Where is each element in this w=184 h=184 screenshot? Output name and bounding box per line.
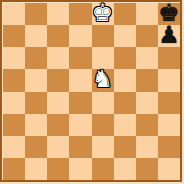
square-b8[interactable] — [25, 3, 47, 25]
square-h7[interactable]: ♟ — [158, 25, 180, 47]
square-h6[interactable] — [158, 47, 180, 69]
square-b2[interactable] — [25, 136, 47, 158]
square-a1[interactable] — [3, 158, 25, 180]
square-g6[interactable] — [136, 47, 158, 69]
square-f5[interactable] — [114, 69, 136, 91]
square-d7[interactable] — [69, 25, 91, 47]
square-c8[interactable] — [47, 3, 69, 25]
square-f7[interactable] — [114, 25, 136, 47]
square-d5[interactable] — [69, 69, 91, 91]
square-g5[interactable] — [136, 69, 158, 91]
square-c3[interactable] — [47, 114, 69, 136]
white-knight-piece[interactable]: ♞ — [92, 68, 114, 90]
square-e1[interactable] — [92, 158, 114, 180]
square-d6[interactable] — [69, 47, 91, 69]
square-h1[interactable] — [158, 158, 180, 180]
square-a2[interactable] — [3, 136, 25, 158]
square-b3[interactable] — [25, 114, 47, 136]
square-h4[interactable] — [158, 92, 180, 114]
square-b1[interactable] — [25, 158, 47, 180]
board-inner-edge: ♚♚♟♞ — [2, 2, 180, 180]
square-c7[interactable] — [47, 25, 69, 47]
square-d4[interactable] — [69, 92, 91, 114]
square-g4[interactable] — [136, 92, 158, 114]
square-g1[interactable] — [136, 158, 158, 180]
chess-board: ♚♚♟♞ — [3, 3, 180, 180]
square-a3[interactable] — [3, 114, 25, 136]
square-e4[interactable] — [92, 92, 114, 114]
square-f8[interactable] — [114, 3, 136, 25]
square-e8[interactable]: ♚ — [92, 3, 114, 25]
square-a7[interactable] — [3, 25, 25, 47]
square-c4[interactable] — [47, 92, 69, 114]
square-h2[interactable] — [158, 136, 180, 158]
white-king-piece[interactable]: ♚ — [92, 2, 114, 24]
square-e2[interactable] — [92, 136, 114, 158]
square-e7[interactable] — [92, 25, 114, 47]
chess-board-frame: ♚♚♟♞ — [0, 0, 184, 184]
square-d1[interactable] — [69, 158, 91, 180]
square-c2[interactable] — [47, 136, 69, 158]
square-g8[interactable] — [136, 3, 158, 25]
square-h5[interactable] — [158, 69, 180, 91]
square-a6[interactable] — [3, 47, 25, 69]
square-b5[interactable] — [25, 69, 47, 91]
square-g7[interactable] — [136, 25, 158, 47]
square-f2[interactable] — [114, 136, 136, 158]
square-c6[interactable] — [47, 47, 69, 69]
square-b4[interactable] — [25, 92, 47, 114]
square-f3[interactable] — [114, 114, 136, 136]
square-c5[interactable] — [47, 69, 69, 91]
square-c1[interactable] — [47, 158, 69, 180]
square-a8[interactable] — [3, 3, 25, 25]
square-e5[interactable]: ♞ — [92, 69, 114, 91]
square-b6[interactable] — [25, 47, 47, 69]
square-e3[interactable] — [92, 114, 114, 136]
square-d3[interactable] — [69, 114, 91, 136]
square-d2[interactable] — [69, 136, 91, 158]
square-f4[interactable] — [114, 92, 136, 114]
square-d8[interactable] — [69, 3, 91, 25]
square-f6[interactable] — [114, 47, 136, 69]
square-f1[interactable] — [114, 158, 136, 180]
square-g2[interactable] — [136, 136, 158, 158]
square-b7[interactable] — [25, 25, 47, 47]
black-pawn-piece[interactable]: ♟ — [158, 24, 180, 46]
square-a4[interactable] — [3, 92, 25, 114]
square-a5[interactable] — [3, 69, 25, 91]
square-h3[interactable] — [158, 114, 180, 136]
square-g3[interactable] — [136, 114, 158, 136]
